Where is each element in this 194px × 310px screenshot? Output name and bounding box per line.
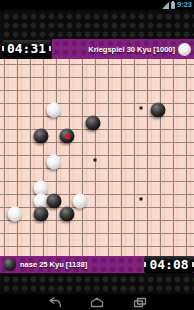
star-point — [140, 107, 143, 110]
white-stone — [47, 155, 62, 170]
black-stone — [86, 116, 101, 131]
black-stone — [151, 103, 166, 118]
wallpaper-top — [0, 10, 194, 40]
navigation-bar — [0, 294, 194, 310]
last-move-marker — [65, 134, 70, 139]
black-stone — [34, 129, 49, 144]
back-icon[interactable] — [46, 297, 62, 308]
opponent-bar: 04:31 Kriegspiel 30 Kyu [1000] — [0, 39, 194, 59]
player-clock: 04:08 — [144, 256, 194, 273]
white-stone — [47, 103, 62, 118]
recents-icon[interactable] — [132, 297, 148, 308]
go-board[interactable] — [0, 59, 194, 256]
status-bar: 9:23 — [0, 0, 194, 10]
black-stone — [47, 194, 62, 209]
wallpaper-bottom — [0, 273, 194, 294]
phone-screen: 9:23 04:31 Kriegspiel 30 Kyu [1000] nase… — [0, 0, 194, 310]
black-stone — [60, 207, 75, 222]
black-stone-icon — [3, 258, 16, 271]
player-bar: nase 25 Kyu [1138] 04:08 — [0, 256, 194, 273]
star-point — [94, 159, 97, 162]
white-stone — [8, 207, 23, 222]
status-clock: 9:23 — [177, 0, 192, 10]
opponent-name: Kriegspiel 30 Kyu [1000] — [88, 45, 175, 54]
white-stone-icon — [178, 43, 191, 56]
opponent-info: Kriegspiel 30 Kyu [1000] — [52, 39, 194, 59]
black-stone — [34, 207, 49, 222]
signal-icon — [162, 2, 169, 9]
player-name: nase 25 Kyu [1138] — [20, 260, 87, 269]
battery-icon — [171, 2, 175, 9]
black-stone — [60, 129, 75, 144]
star-point — [140, 198, 143, 201]
white-stone — [73, 194, 88, 209]
status-bar-right: 9:23 — [162, 0, 192, 10]
home-icon[interactable] — [89, 297, 105, 308]
opponent-clock: 04:31 — [2, 40, 51, 57]
